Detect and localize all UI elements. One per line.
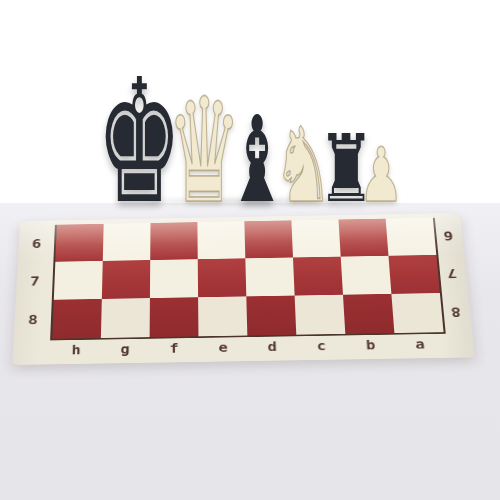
square-c6	[291, 220, 340, 258]
file-label-d: d	[247, 335, 297, 360]
square-d8	[246, 296, 296, 336]
square-f7	[150, 259, 198, 298]
square-a8	[391, 293, 443, 333]
square-d7	[245, 257, 294, 296]
rank-label-left-8: 8	[14, 300, 52, 340]
square-h8	[52, 299, 102, 339]
square-h6	[55, 224, 103, 262]
square-g6	[103, 223, 151, 261]
square-a7	[388, 255, 439, 294]
file-label-e: e	[198, 336, 248, 361]
file-label-c: c	[296, 334, 346, 359]
rank-label-right-7: 7	[436, 254, 468, 293]
file-label-b: b	[345, 333, 396, 358]
square-c8	[295, 295, 346, 335]
square-e6	[197, 221, 245, 259]
square-b7	[341, 256, 392, 295]
square-b6	[338, 219, 388, 257]
square-e8	[198, 296, 247, 336]
file-label-h: h	[51, 338, 101, 363]
rank-label-left-6: 6	[18, 225, 55, 263]
rank-label-left-7: 7	[16, 262, 54, 301]
file-label-a: a	[394, 332, 445, 357]
chess-mat: 678 678 hgfedcba	[12, 213, 475, 365]
rank-label-right-8: 8	[440, 293, 472, 333]
square-g7	[102, 260, 150, 299]
square-e7	[198, 258, 247, 297]
square-b8	[343, 294, 394, 334]
file-label-f: f	[149, 336, 198, 361]
chess-mat-wrapper: 678 678 hgfedcba	[16, 195, 466, 383]
square-f6	[150, 222, 198, 260]
file-label-g: g	[100, 337, 149, 362]
square-g8	[101, 298, 150, 338]
square-a6	[386, 218, 437, 256]
rank-label-right-6: 6	[433, 217, 464, 255]
square-f8	[150, 297, 199, 337]
rank-labels-left: 678	[14, 225, 55, 340]
square-h7	[54, 261, 103, 300]
board-grid	[52, 218, 443, 339]
square-c7	[293, 257, 343, 296]
product-photo: ♚ ♛ ♝ ♞ ♜ ♟ 678 678 hgfedcba	[0, 0, 500, 500]
square-d6	[244, 220, 293, 258]
